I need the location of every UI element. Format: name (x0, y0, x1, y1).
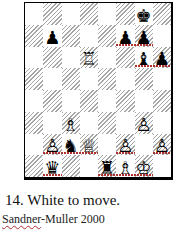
square-d1 (80, 155, 98, 177)
square-d6: ♖ (80, 47, 98, 69)
square-b5 (43, 68, 61, 90)
square-c3: ♗ (62, 112, 80, 134)
square-a3 (25, 112, 43, 134)
square-a6 (25, 47, 43, 69)
square-f8 (116, 3, 134, 25)
square-h1 (153, 155, 171, 177)
square-h8 (153, 3, 171, 25)
square-f3 (116, 112, 134, 134)
square-a1 (25, 155, 43, 177)
spellcheck-squiggle (116, 152, 134, 154)
square-g8: ♚ (135, 3, 153, 25)
player-name-misspelled: Sandner (2, 212, 41, 226)
square-e7 (98, 25, 116, 47)
square-d5 (80, 68, 98, 90)
square-c4 (62, 90, 80, 112)
square-b8 (43, 3, 61, 25)
square-a8 (25, 3, 43, 25)
square-c1 (62, 155, 80, 177)
square-a5 (25, 68, 43, 90)
spellcheck-squiggle (43, 152, 98, 154)
square-g3: ♙ (135, 112, 153, 134)
spellcheck-squiggle (153, 152, 171, 154)
square-b6 (43, 47, 61, 69)
square-h5 (153, 68, 171, 90)
square-d3 (80, 112, 98, 134)
square-c8 (62, 3, 80, 25)
square-d8 (80, 3, 98, 25)
square-h4 (153, 90, 171, 112)
chess-board: ♚♟♟♟♖♝♟♗♙♙♞♕♙♙♛♜♗♔ (24, 2, 173, 180)
piece-bK-g8: ♚ (136, 6, 152, 25)
spellcheck-squiggle (116, 44, 153, 46)
piece-wB-c3: ♗ (63, 115, 79, 134)
spellcheck-squiggle (135, 65, 172, 67)
square-a4 (25, 90, 43, 112)
square-c5 (62, 68, 80, 90)
players-label: Sandner-Muller 2000 (2, 212, 105, 227)
square-c6 (62, 47, 80, 69)
square-b3 (43, 112, 61, 134)
square-e8 (98, 3, 116, 25)
spellcheck-squiggle (98, 174, 153, 176)
square-b7: ♟ (43, 25, 61, 47)
square-e6 (98, 47, 116, 69)
diagram-caption: 14. White to move. (5, 192, 120, 209)
square-c7 (62, 25, 80, 47)
piece-wP-g3: ♙ (136, 115, 152, 134)
square-d4 (80, 90, 98, 112)
piece-bP-b7: ♟ (44, 28, 60, 47)
square-e4 (98, 90, 116, 112)
square-g5 (135, 68, 153, 90)
square-f5 (116, 68, 134, 90)
square-h7 (153, 25, 171, 47)
square-g4 (135, 90, 153, 112)
chess-diagram-page: ♚♟♟♟♖♝♟♗♙♙♞♕♙♙♛♜♗♔ 14. White to move. Sa… (0, 0, 178, 232)
spellcheck-squiggle (43, 174, 61, 176)
square-b4 (43, 90, 61, 112)
square-e2 (98, 134, 116, 156)
square-a2 (25, 134, 43, 156)
players-label-rest: -Muller 2000 (41, 212, 105, 226)
piece-wR-d6: ♖ (81, 49, 97, 68)
square-a7 (25, 25, 43, 47)
square-d7 (80, 25, 98, 47)
square-e3 (98, 112, 116, 134)
square-h3 (153, 112, 171, 134)
square-f6 (116, 47, 134, 69)
square-e5 (98, 68, 116, 90)
square-f4 (116, 90, 134, 112)
square-g2 (135, 134, 153, 156)
